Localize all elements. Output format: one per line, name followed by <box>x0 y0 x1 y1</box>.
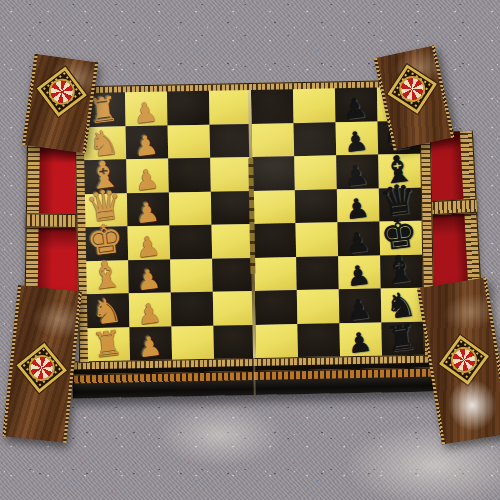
white-pawn[interactable]: ♟ <box>135 298 162 328</box>
square[interactable]: ♟ <box>338 255 381 289</box>
lid-trim <box>3 285 22 437</box>
square[interactable] <box>295 222 338 256</box>
square[interactable] <box>252 156 295 190</box>
square[interactable] <box>255 290 298 324</box>
square[interactable] <box>295 189 338 223</box>
black-pawn[interactable]: ♟ <box>343 160 370 190</box>
square[interactable] <box>254 257 297 291</box>
square[interactable] <box>294 155 337 189</box>
square[interactable] <box>170 225 213 259</box>
white-pawn[interactable]: ♟ <box>133 164 160 194</box>
box-front-face <box>72 354 437 398</box>
square[interactable] <box>253 190 296 224</box>
carpet-background: ♜♟♟♜♞♟♟♞♝♟♟♝♛♟♟♛♚♟♟♚♝♟♟♝♞♟♟♞♜♟♟♜ <box>0 0 500 500</box>
black-pawn[interactable]: ♟ <box>346 328 373 358</box>
square[interactable] <box>213 291 256 325</box>
wooden-lid-bottom-right <box>417 277 500 444</box>
square[interactable] <box>213 324 256 358</box>
square[interactable] <box>210 123 253 157</box>
rosette-icon <box>46 76 77 107</box>
square[interactable]: ♟ <box>335 88 378 122</box>
square[interactable] <box>296 256 339 290</box>
square[interactable]: ♟ <box>337 222 380 256</box>
inlay-medallion-icon <box>439 335 489 385</box>
black-pawn[interactable]: ♟ <box>345 294 372 324</box>
white-pawn[interactable]: ♟ <box>135 265 162 295</box>
wooden-lid-top-left <box>22 54 98 154</box>
square[interactable] <box>168 124 211 158</box>
square[interactable]: ♜ <box>381 321 424 355</box>
rosette-icon <box>449 345 480 376</box>
square[interactable] <box>169 191 212 225</box>
square[interactable]: ♟ <box>128 226 171 260</box>
square[interactable]: ♝ <box>86 260 129 294</box>
square[interactable] <box>171 325 214 359</box>
square[interactable]: ♟ <box>129 293 172 327</box>
black-pawn[interactable]: ♟ <box>343 194 370 224</box>
square[interactable]: ♜ <box>87 327 130 361</box>
square[interactable] <box>297 323 340 357</box>
square[interactable]: ♟ <box>336 121 379 155</box>
black-pawn[interactable]: ♟ <box>342 127 369 157</box>
square[interactable]: ♟ <box>125 92 168 126</box>
square[interactable]: ♟ <box>127 192 170 226</box>
square[interactable] <box>212 257 255 291</box>
chess-box: ♜♟♟♜♞♟♟♞♝♟♟♝♛♟♟♛♚♟♟♚♝♟♟♝♞♟♟♞♜♟♟♜ <box>0 0 500 500</box>
inlay-medallion-icon <box>387 64 437 114</box>
white-rook[interactable]: ♜ <box>90 325 124 363</box>
white-pawn[interactable]: ♟ <box>132 131 159 161</box>
square[interactable] <box>251 89 294 123</box>
wooden-lid-bottom-left <box>3 285 82 443</box>
square[interactable] <box>294 122 337 156</box>
white-pawn[interactable]: ♟ <box>132 97 159 127</box>
white-pawn[interactable]: ♟ <box>136 332 163 362</box>
square[interactable] <box>210 157 253 191</box>
rosette-icon <box>397 74 427 104</box>
black-rook[interactable]: ♜ <box>384 319 418 357</box>
square[interactable]: ♟ <box>129 326 172 360</box>
square[interactable] <box>209 90 252 124</box>
inlay-medallion-icon <box>16 343 67 394</box>
square[interactable] <box>171 292 214 326</box>
lid-trim <box>432 45 455 138</box>
square[interactable]: ♟ <box>339 288 382 322</box>
square[interactable] <box>212 224 255 258</box>
black-pawn[interactable]: ♟ <box>345 261 372 291</box>
square[interactable] <box>170 258 213 292</box>
black-pawn[interactable]: ♟ <box>344 227 371 257</box>
square[interactable]: ♟ <box>336 155 379 189</box>
square[interactable] <box>168 158 211 192</box>
lid-trim <box>22 54 38 146</box>
square[interactable]: ♝ <box>380 254 423 288</box>
black-pawn[interactable]: ♟ <box>341 93 368 123</box>
white-pawn[interactable]: ♟ <box>134 231 161 261</box>
square[interactable]: ♟ <box>126 125 169 159</box>
square[interactable]: ♟ <box>128 259 171 293</box>
white-pawn[interactable]: ♟ <box>133 198 160 228</box>
square[interactable] <box>254 223 297 257</box>
square[interactable]: ♟ <box>337 188 380 222</box>
square[interactable] <box>211 190 254 224</box>
square[interactable] <box>293 88 336 122</box>
rosette-icon <box>26 353 57 384</box>
square[interactable] <box>167 91 210 125</box>
square[interactable] <box>252 123 295 157</box>
square[interactable] <box>255 324 298 358</box>
square[interactable] <box>297 289 340 323</box>
square[interactable]: ♟ <box>339 322 382 356</box>
inlay-medallion-icon <box>37 67 87 117</box>
square[interactable]: ♟ <box>126 159 169 193</box>
